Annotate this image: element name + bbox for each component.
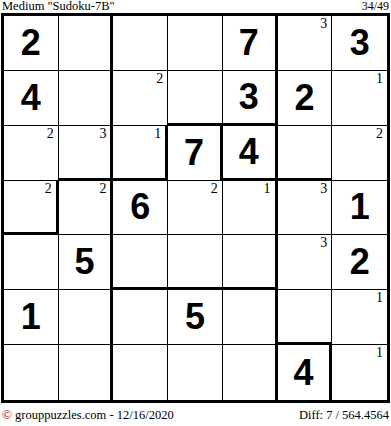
cell-r6c7[interactable]: 1: [332, 290, 387, 345]
cell-r6c1[interactable]: 1: [4, 290, 59, 345]
given-digit: 7: [239, 25, 259, 61]
cell-r2c6[interactable]: 2: [278, 71, 333, 126]
cell-r5c6[interactable]: 3: [278, 235, 333, 290]
cell-r2c1[interactable]: 4: [4, 71, 59, 126]
cell-r1c7[interactable]: 3: [332, 16, 387, 71]
given-digit: 6: [130, 189, 150, 225]
cell-r1c5[interactable]: 7: [223, 16, 278, 71]
cell-r7c1[interactable]: [4, 345, 59, 400]
cell-r4c3[interactable]: 6: [113, 181, 168, 236]
given-digit: 1: [350, 189, 370, 225]
sudoku-board: 2 7 3 3 4 2 3 2 1 2 3 1 7 4 2 2 2 6 2 1 …: [1, 13, 390, 403]
given-digit: 2: [294, 80, 314, 116]
pencil-mark: 3: [320, 16, 327, 32]
cell-r2c7[interactable]: 1: [332, 71, 387, 126]
cell-r7c3[interactable]: [113, 345, 168, 400]
given-digit: 1: [21, 299, 41, 335]
cell-r5c4[interactable]: [168, 235, 223, 290]
difficulty-text: Diff: 7 / 564.4564: [299, 408, 389, 423]
given-digit: 2: [21, 25, 41, 61]
cell-r5c2[interactable]: 5: [59, 235, 114, 290]
cell-r2c4[interactable]: [168, 71, 223, 126]
pencil-mark: 1: [376, 290, 383, 306]
cell-r4c2[interactable]: 2: [59, 181, 114, 236]
cell-r7c4[interactable]: [168, 345, 223, 400]
pencil-mark: 1: [376, 71, 383, 87]
cell-r3c6[interactable]: [278, 126, 333, 181]
cell-r7c2[interactable]: [59, 345, 114, 400]
cell-r3c2[interactable]: 3: [59, 126, 114, 181]
copyright-icon: ©: [2, 407, 12, 422]
cell-r6c6[interactable]: [278, 290, 333, 345]
cell-r1c1[interactable]: 2: [4, 16, 59, 71]
given-digit: 2: [350, 244, 370, 280]
given-digit: 4: [21, 80, 41, 116]
cell-r4c5[interactable]: 1: [223, 181, 278, 236]
cell-r2c5[interactable]: 3: [223, 71, 278, 126]
given-digit: 5: [75, 244, 95, 280]
cell-r6c3[interactable]: [113, 290, 168, 345]
given-digit: 5: [185, 299, 205, 335]
cell-r3c5[interactable]: 4: [223, 126, 278, 181]
given-digit: 4: [239, 134, 259, 170]
cell-r4c6[interactable]: 3: [278, 181, 333, 236]
cell-r5c5[interactable]: [223, 235, 278, 290]
pencil-mark: 2: [156, 71, 163, 87]
cell-r3c3[interactable]: 1: [113, 126, 168, 181]
site-and-date[interactable]: grouppuzzles.com - 12/16/2020: [15, 408, 174, 422]
cell-r1c4[interactable]: [168, 16, 223, 71]
pencil-mark: 2: [99, 181, 106, 197]
title-bar: Medium "Sudoku-7B" 34/49: [0, 0, 391, 13]
cell-r7c6[interactable]: 4: [278, 345, 333, 400]
pencil-mark: 1: [264, 181, 271, 197]
cell-r1c2[interactable]: [59, 16, 114, 71]
step-counter: 34/49: [362, 0, 389, 13]
given-digit: 7: [184, 135, 204, 171]
cell-r2c3[interactable]: 2: [113, 71, 168, 126]
pencil-mark: 1: [154, 126, 161, 142]
cell-r5c3[interactable]: [113, 235, 168, 290]
pencil-mark: 3: [99, 126, 106, 142]
cell-r7c5[interactable]: [223, 345, 278, 400]
cell-r4c7[interactable]: 1: [332, 181, 387, 236]
cell-r2c2[interactable]: [59, 71, 114, 126]
copyright-line: © grouppuzzles.com - 12/16/2020: [2, 407, 174, 423]
cell-r1c3[interactable]: [113, 16, 168, 71]
given-digit: 3: [239, 79, 259, 115]
cell-r3c7[interactable]: 2: [332, 126, 387, 181]
cell-r4c4[interactable]: 2: [168, 181, 223, 236]
pencil-mark: 3: [320, 235, 327, 251]
pencil-mark: 2: [376, 126, 383, 142]
cell-r6c5[interactable]: [223, 290, 278, 345]
cell-r1c6[interactable]: 3: [278, 16, 333, 71]
cell-r6c4[interactable]: 5: [168, 290, 223, 345]
given-digit: 4: [293, 355, 313, 391]
pencil-mark: 2: [211, 181, 218, 197]
cell-r5c1[interactable]: [4, 235, 59, 290]
pencil-mark: 3: [320, 181, 327, 197]
cell-r4c1[interactable]: 2: [4, 181, 59, 236]
pencil-mark: 2: [45, 181, 52, 197]
cell-r6c2[interactable]: [59, 290, 114, 345]
given-digit: 3: [350, 25, 370, 61]
cell-r7c7[interactable]: 1: [332, 345, 387, 400]
cell-r3c4[interactable]: 7: [168, 126, 223, 181]
pencil-mark: 2: [47, 126, 54, 142]
puzzle-title: Medium "Sudoku-7B": [2, 0, 115, 13]
footer: © grouppuzzles.com - 12/16/2020 Diff: 7 …: [0, 403, 391, 426]
cell-r3c1[interactable]: 2: [4, 126, 59, 181]
cell-r5c7[interactable]: 2: [332, 235, 387, 290]
pencil-mark: 1: [376, 345, 383, 361]
